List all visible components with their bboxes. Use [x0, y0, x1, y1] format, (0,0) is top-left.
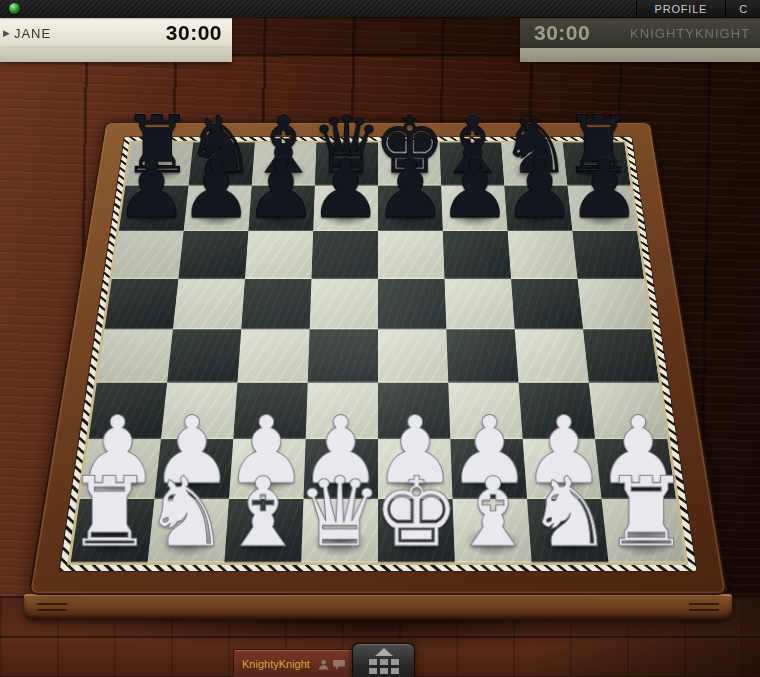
- square[interactable]: [301, 499, 378, 563]
- piece-shadow: [385, 464, 445, 495]
- square[interactable]: [303, 439, 378, 499]
- piece-shadow: [446, 160, 497, 183]
- piece-shadow: [321, 160, 372, 183]
- square[interactable]: [378, 142, 441, 185]
- piece-shadow: [605, 464, 668, 495]
- square[interactable]: [504, 186, 572, 231]
- piece-shadow: [512, 204, 566, 228]
- piece-shadow: [311, 464, 371, 495]
- square[interactable]: [154, 439, 233, 499]
- top-menu-bar: PROFILE C: [0, 0, 760, 17]
- square[interactable]: [252, 142, 317, 185]
- square[interactable]: [148, 499, 229, 563]
- square[interactable]: [313, 186, 378, 231]
- square[interactable]: [97, 329, 173, 382]
- chat-bubble-icon: [333, 659, 345, 670]
- square[interactable]: [125, 142, 193, 185]
- square[interactable]: [248, 186, 314, 231]
- square[interactable]: [441, 186, 507, 231]
- square[interactable]: [105, 279, 179, 329]
- clipped-menu-item[interactable]: C: [725, 0, 760, 17]
- square[interactable]: [563, 142, 631, 185]
- piece-shadow: [195, 160, 247, 183]
- piece-shadow: [79, 525, 144, 558]
- square[interactable]: [112, 231, 184, 279]
- piece-shadow: [459, 464, 520, 495]
- black-player-panel: 30:00 KNIGHTYKNIGHT: [520, 18, 760, 48]
- square[interactable]: [445, 279, 515, 329]
- square[interactable]: [440, 142, 505, 185]
- piece-shadow: [536, 525, 600, 558]
- square[interactable]: [378, 231, 445, 279]
- triangle-up-icon: [375, 648, 393, 656]
- black-captured-tray: [520, 48, 760, 62]
- piece-shadow: [88, 464, 151, 495]
- square[interactable]: [501, 142, 567, 185]
- black-player-name: KNIGHTYKNIGHT: [630, 26, 760, 41]
- square[interactable]: [378, 329, 448, 382]
- square[interactable]: [511, 279, 583, 329]
- piece-shadow: [232, 525, 295, 558]
- square[interactable]: [189, 142, 255, 185]
- square[interactable]: [602, 499, 686, 563]
- piece-shadow: [156, 525, 220, 558]
- square[interactable]: [306, 383, 378, 439]
- square[interactable]: [233, 383, 307, 439]
- chess-app-window: PROFILE C ▶ JANE 30:00 30:00 KNIGHTYKNIG…: [0, 0, 760, 677]
- piece-shadow: [384, 204, 436, 228]
- square[interactable]: [80, 439, 161, 499]
- square[interactable]: [572, 231, 644, 279]
- square[interactable]: [245, 231, 313, 279]
- square[interactable]: [89, 383, 167, 439]
- square[interactable]: [446, 329, 518, 382]
- square[interactable]: [167, 329, 241, 382]
- opponent-chat-tab[interactable]: KnightyKnight: [233, 649, 353, 677]
- piece-shadow: [576, 204, 630, 228]
- square[interactable]: [578, 279, 652, 329]
- square[interactable]: [310, 279, 378, 329]
- board-scene: ♜♞♝♛♚♝♞♜♟♟♟♟♟♟♟♟♟♟♟♟♟♟♟♟♜♞♝♛♚♝♞♜: [28, 0, 728, 595]
- square[interactable]: [583, 329, 659, 382]
- piece-shadow: [190, 204, 244, 228]
- piece-shadow: [320, 204, 372, 228]
- tab-icons: [318, 659, 352, 670]
- piece-shadow: [461, 525, 524, 558]
- turn-indicator-icon: ▶: [3, 29, 10, 38]
- square[interactable]: [378, 499, 455, 563]
- square[interactable]: [229, 439, 306, 499]
- profile-menu-item[interactable]: PROFILE: [636, 0, 726, 17]
- white-player-clock: 30:00: [166, 21, 232, 45]
- menu-drawer-button[interactable]: [352, 643, 415, 677]
- square[interactable]: [71, 499, 155, 563]
- square[interactable]: [448, 383, 522, 439]
- opponent-chat-tab-label: KnightyKnight: [234, 658, 310, 670]
- square[interactable]: [567, 186, 637, 231]
- piece-shadow: [309, 525, 370, 558]
- piece-shadow: [126, 204, 180, 228]
- square[interactable]: [161, 383, 237, 439]
- piece-shadow: [448, 204, 501, 228]
- square[interactable]: [184, 186, 252, 231]
- square[interactable]: [519, 383, 595, 439]
- grid-menu-icon: [369, 659, 399, 677]
- piece-shadow: [571, 160, 624, 183]
- square[interactable]: [589, 383, 667, 439]
- white-player-panel: ▶ JANE 30:00: [0, 18, 232, 48]
- square[interactable]: [119, 186, 189, 231]
- square[interactable]: [315, 142, 378, 185]
- piece-shadow: [386, 525, 447, 558]
- square[interactable]: [523, 439, 602, 499]
- white-captured-tray: [0, 48, 232, 62]
- square[interactable]: [453, 499, 532, 563]
- user-icon: [318, 659, 329, 670]
- piece-shadow: [612, 525, 677, 558]
- square[interactable]: [173, 279, 245, 329]
- square[interactable]: [241, 279, 311, 329]
- board-front-edge: [24, 594, 732, 620]
- piece-shadow: [237, 464, 298, 495]
- online-status-icon: [9, 3, 20, 14]
- square[interactable]: [378, 279, 446, 329]
- square[interactable]: [378, 383, 450, 439]
- square[interactable]: [450, 439, 527, 499]
- square[interactable]: [508, 231, 578, 279]
- black-player-clock: 30:00: [520, 21, 590, 45]
- piece-shadow: [162, 464, 224, 495]
- piece-shadow: [384, 160, 435, 183]
- piece-shadow: [255, 204, 308, 228]
- piece-shadow: [509, 160, 561, 183]
- square[interactable]: [595, 439, 676, 499]
- square[interactable]: [378, 439, 453, 499]
- square[interactable]: [308, 329, 378, 382]
- square[interactable]: [443, 231, 511, 279]
- square[interactable]: [237, 329, 309, 382]
- square[interactable]: [378, 186, 443, 231]
- square[interactable]: [527, 499, 608, 563]
- white-player-name: JANE: [14, 26, 51, 41]
- square[interactable]: [311, 231, 378, 279]
- square[interactable]: [178, 231, 248, 279]
- square[interactable]: [515, 329, 589, 382]
- chess-board: ♜♞♝♛♚♝♞♜♟♟♟♟♟♟♟♟♟♟♟♟♟♟♟♟♜♞♝♛♚♝♞♜: [28, 122, 728, 595]
- square[interactable]: [224, 499, 303, 563]
- top-nav: PROFILE C: [636, 0, 760, 17]
- piece-shadow: [258, 160, 309, 183]
- board-squares: [71, 142, 686, 562]
- piece-shadow: [532, 464, 594, 495]
- piece-shadow: [132, 160, 185, 183]
